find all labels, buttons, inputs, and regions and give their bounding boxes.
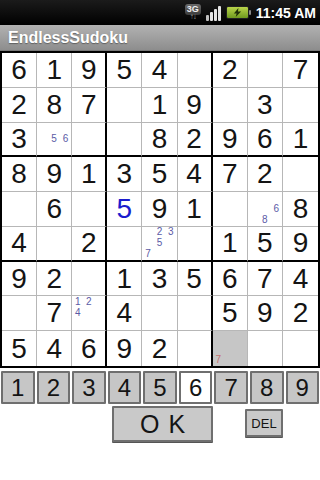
cell-r6c5[interactable]: 2357: [142, 227, 177, 262]
given-digit: 2: [178, 123, 211, 156]
title-bar: EndlessSudoku: [0, 25, 320, 51]
given-digit: 9: [142, 192, 176, 226]
pencil-mark-8: 8: [259, 215, 270, 226]
given-digit: 5: [107, 53, 141, 87]
cell-r7c6[interactable]: 5: [178, 262, 213, 297]
cell-r8c9[interactable]: 2: [283, 296, 318, 331]
cell-r2c6[interactable]: 9: [178, 88, 213, 123]
cell-r3c1[interactable]: 3: [2, 123, 37, 158]
cell-r4c6[interactable]: 4: [178, 157, 213, 192]
cell-r9c3[interactable]: 6: [72, 331, 107, 366]
given-digit: 5: [178, 262, 211, 296]
cell-r8c7[interactable]: 5: [213, 296, 248, 331]
cell-r4c9[interactable]: [283, 157, 318, 192]
cell-r7c4[interactable]: 1: [107, 262, 142, 297]
pencil-mark-2: 2: [154, 227, 165, 238]
cell-r4c2[interactable]: 9: [37, 157, 72, 192]
data-arrows-icon: ↑↓: [190, 13, 196, 21]
given-digit: 8: [283, 192, 318, 226]
cell-r9c7[interactable]: 7: [213, 331, 248, 366]
signal-icon: [206, 5, 221, 21]
cell-r9c6[interactable]: [178, 331, 213, 366]
sudoku-board: 6195427287193356829618913547265916884223…: [0, 51, 320, 368]
given-digit: 3: [248, 88, 282, 122]
given-digit: 3: [142, 262, 176, 296]
cell-r5c3[interactable]: [72, 192, 107, 227]
cell-r5c1[interactable]: [2, 192, 37, 227]
given-digit: 8: [37, 88, 71, 122]
given-digit: 6: [213, 262, 247, 296]
given-digit: 7: [283, 53, 318, 87]
cell-r8c2[interactable]: 7: [37, 296, 72, 331]
cell-r7c3[interactable]: [72, 262, 107, 297]
given-digit: 4: [283, 262, 318, 296]
cell-r6c9[interactable]: 9: [283, 227, 318, 262]
numpad-button-9[interactable]: 9: [286, 371, 320, 404]
cell-r6c3[interactable]: 2: [72, 227, 107, 262]
given-digit: 4: [178, 157, 211, 191]
given-digit: 1: [283, 123, 318, 156]
given-digit: 5: [142, 157, 176, 191]
given-digit: 1: [72, 157, 105, 191]
lightning-bolt-icon: [233, 8, 242, 17]
given-digit: 2: [142, 331, 176, 366]
cell-r5c4[interactable]: 5: [107, 192, 142, 227]
cell-r6c4[interactable]: [107, 227, 142, 262]
given-digit: 7: [213, 157, 247, 191]
given-digit: 6: [37, 192, 71, 226]
given-digit: 1: [178, 192, 211, 226]
cell-r4c5[interactable]: 5: [142, 157, 177, 192]
cell-r1c7[interactable]: 2: [213, 53, 248, 88]
cell-r6c8[interactable]: 5: [248, 227, 283, 262]
cell-r4c8[interactable]: 2: [248, 157, 283, 192]
cell-r8c5[interactable]: [142, 296, 177, 331]
cell-r9c9[interactable]: [283, 331, 318, 366]
pencil-mark-7: 7: [213, 354, 224, 366]
given-digit: 3: [2, 123, 36, 156]
pencil-mark-1: 1: [72, 296, 83, 307]
numpad-button-1[interactable]: 1: [1, 371, 35, 404]
given-digit: 1: [213, 227, 247, 260]
action-row: OK DEL: [0, 404, 320, 448]
cell-r9c5[interactable]: 2: [142, 331, 177, 366]
pencil-mark-3: 3: [165, 227, 176, 238]
cell-r5c6[interactable]: 1: [178, 192, 213, 227]
pencil-mark-4: 4: [72, 308, 83, 319]
pencil-mark-5: 5: [154, 238, 165, 249]
cell-r9c2[interactable]: 4: [37, 331, 72, 366]
given-digit: 2: [283, 296, 318, 330]
given-digit: 9: [283, 227, 318, 260]
cell-r8c8[interactable]: 9: [248, 296, 283, 331]
numpad-button-2[interactable]: 2: [37, 371, 71, 404]
cell-r7c5[interactable]: 3: [142, 262, 177, 297]
cell-r7c2[interactable]: 2: [37, 262, 72, 297]
given-digit: 9: [2, 262, 36, 296]
cell-r2c4[interactable]: [107, 88, 142, 123]
cell-r7c9[interactable]: 4: [283, 262, 318, 297]
given-digit: 8: [2, 157, 36, 191]
given-digit: 1: [37, 53, 71, 87]
numpad-button-7[interactable]: 7: [214, 371, 248, 404]
number-pad: 123456789: [0, 371, 320, 404]
pencil-mark-5: 5: [48, 133, 59, 144]
3g-icon: 3G ↑↓: [185, 4, 201, 21]
given-digit: 9: [248, 296, 282, 330]
given-digit: 6: [248, 123, 282, 156]
given-digit: 6: [2, 53, 36, 87]
given-digit: 2: [248, 157, 282, 191]
cell-r3c2[interactable]: 56: [37, 123, 72, 158]
given-digit: 8: [142, 123, 176, 156]
pencil-mark-2: 2: [83, 296, 94, 307]
cell-r3c8[interactable]: 6: [248, 123, 283, 158]
cell-r2c1[interactable]: 2: [2, 88, 37, 123]
given-digit: 9: [72, 53, 105, 87]
cell-r1c9[interactable]: 7: [283, 53, 318, 88]
given-digit: 3: [107, 157, 141, 191]
cell-r8c1[interactable]: [2, 296, 37, 331]
cell-r2c3[interactable]: 7: [72, 88, 107, 123]
pencil-mark-6: 6: [271, 203, 282, 214]
clock-time: 11:45 AM: [256, 5, 316, 21]
numpad-button-6[interactable]: 6: [179, 371, 213, 404]
cell-r3c3[interactable]: [72, 123, 107, 158]
app-title: EndlessSudoku: [8, 29, 128, 47]
cell-r3c6[interactable]: 2: [178, 123, 213, 158]
numpad-button-3[interactable]: 3: [72, 371, 106, 404]
cell-r8c4[interactable]: 4: [107, 296, 142, 331]
given-digit: 9: [178, 88, 211, 122]
given-digit: 1: [142, 88, 176, 122]
battery-charging-icon: [226, 6, 249, 19]
cell-r1c5[interactable]: 4: [142, 53, 177, 88]
cell-r2c5[interactable]: 1: [142, 88, 177, 123]
cell-r6c2[interactable]: [37, 227, 72, 262]
given-digit: 6: [72, 331, 105, 366]
cell-r2c9[interactable]: [283, 88, 318, 123]
cell-r9c4[interactable]: 9: [107, 331, 142, 366]
given-digit: 2: [72, 227, 105, 260]
cell-r8c6[interactable]: [178, 296, 213, 331]
numpad-button-8[interactable]: 8: [250, 371, 284, 404]
cell-r5c7[interactable]: [213, 192, 248, 227]
cell-r1c8[interactable]: [248, 53, 283, 88]
cell-r8c3[interactable]: 124: [72, 296, 107, 331]
given-digit: 1: [107, 262, 141, 296]
given-digit: 4: [2, 227, 36, 260]
cell-r4c7[interactable]: 7: [213, 157, 248, 192]
cell-r3c9[interactable]: 1: [283, 123, 318, 158]
cell-r3c7[interactable]: 9: [213, 123, 248, 158]
ok-button[interactable]: OK: [112, 406, 213, 442]
given-digit: 5: [2, 331, 36, 366]
given-digit: 2: [37, 262, 71, 296]
given-digit: 4: [107, 296, 141, 330]
cell-r2c7[interactable]: [213, 88, 248, 123]
cell-r5c8[interactable]: 68: [248, 192, 283, 227]
cell-r6c6[interactable]: [178, 227, 213, 262]
cell-r9c1[interactable]: 5: [2, 331, 37, 366]
numpad-button-4[interactable]: 4: [108, 371, 142, 404]
cell-r4c1[interactable]: 8: [2, 157, 37, 192]
given-digit: 9: [213, 123, 247, 156]
given-digit: 7: [72, 88, 105, 122]
pencil-mark-7: 7: [142, 249, 153, 260]
given-digit: 5: [213, 296, 247, 330]
del-button[interactable]: DEL: [245, 409, 283, 437]
given-digit: 4: [37, 331, 71, 366]
given-digit: 4: [142, 53, 176, 87]
given-digit: 7: [37, 296, 71, 330]
cell-r7c1[interactable]: 9: [2, 262, 37, 297]
cell-r5c9[interactable]: 8: [283, 192, 318, 227]
cell-r1c3[interactable]: 9: [72, 53, 107, 88]
cell-r7c7[interactable]: 6: [213, 262, 248, 297]
cell-r2c8[interactable]: 3: [248, 88, 283, 123]
cell-r5c5[interactable]: 9: [142, 192, 177, 227]
cell-r6c7[interactable]: 1: [213, 227, 248, 262]
cell-r1c2[interactable]: 1: [37, 53, 72, 88]
cell-r1c6[interactable]: [178, 53, 213, 88]
cell-r5c2[interactable]: 6: [37, 192, 72, 227]
cell-r1c1[interactable]: 6: [2, 53, 37, 88]
cell-r3c5[interactable]: 8: [142, 123, 177, 158]
cell-r9c8[interactable]: [248, 331, 283, 366]
cell-r4c3[interactable]: 1: [72, 157, 107, 192]
cell-r6c1[interactable]: 4: [2, 227, 37, 262]
user-digit: 5: [107, 192, 141, 226]
cell-r2c2[interactable]: 8: [37, 88, 72, 123]
given-digit: 2: [2, 88, 36, 122]
given-digit: 7: [248, 262, 282, 296]
cell-r3c4[interactable]: [107, 123, 142, 158]
given-digit: 9: [37, 157, 71, 191]
status-bar: 3G ↑↓ 11:45 AM: [0, 0, 320, 25]
given-digit: 5: [248, 227, 282, 260]
cell-r4c4[interactable]: 3: [107, 157, 142, 192]
given-digit: 9: [107, 331, 141, 366]
given-digit: 2: [213, 53, 247, 87]
cell-r7c8[interactable]: 7: [248, 262, 283, 297]
cell-r1c4[interactable]: 5: [107, 53, 142, 88]
numpad-button-5[interactable]: 5: [143, 371, 177, 404]
pencil-mark-6: 6: [60, 133, 71, 144]
